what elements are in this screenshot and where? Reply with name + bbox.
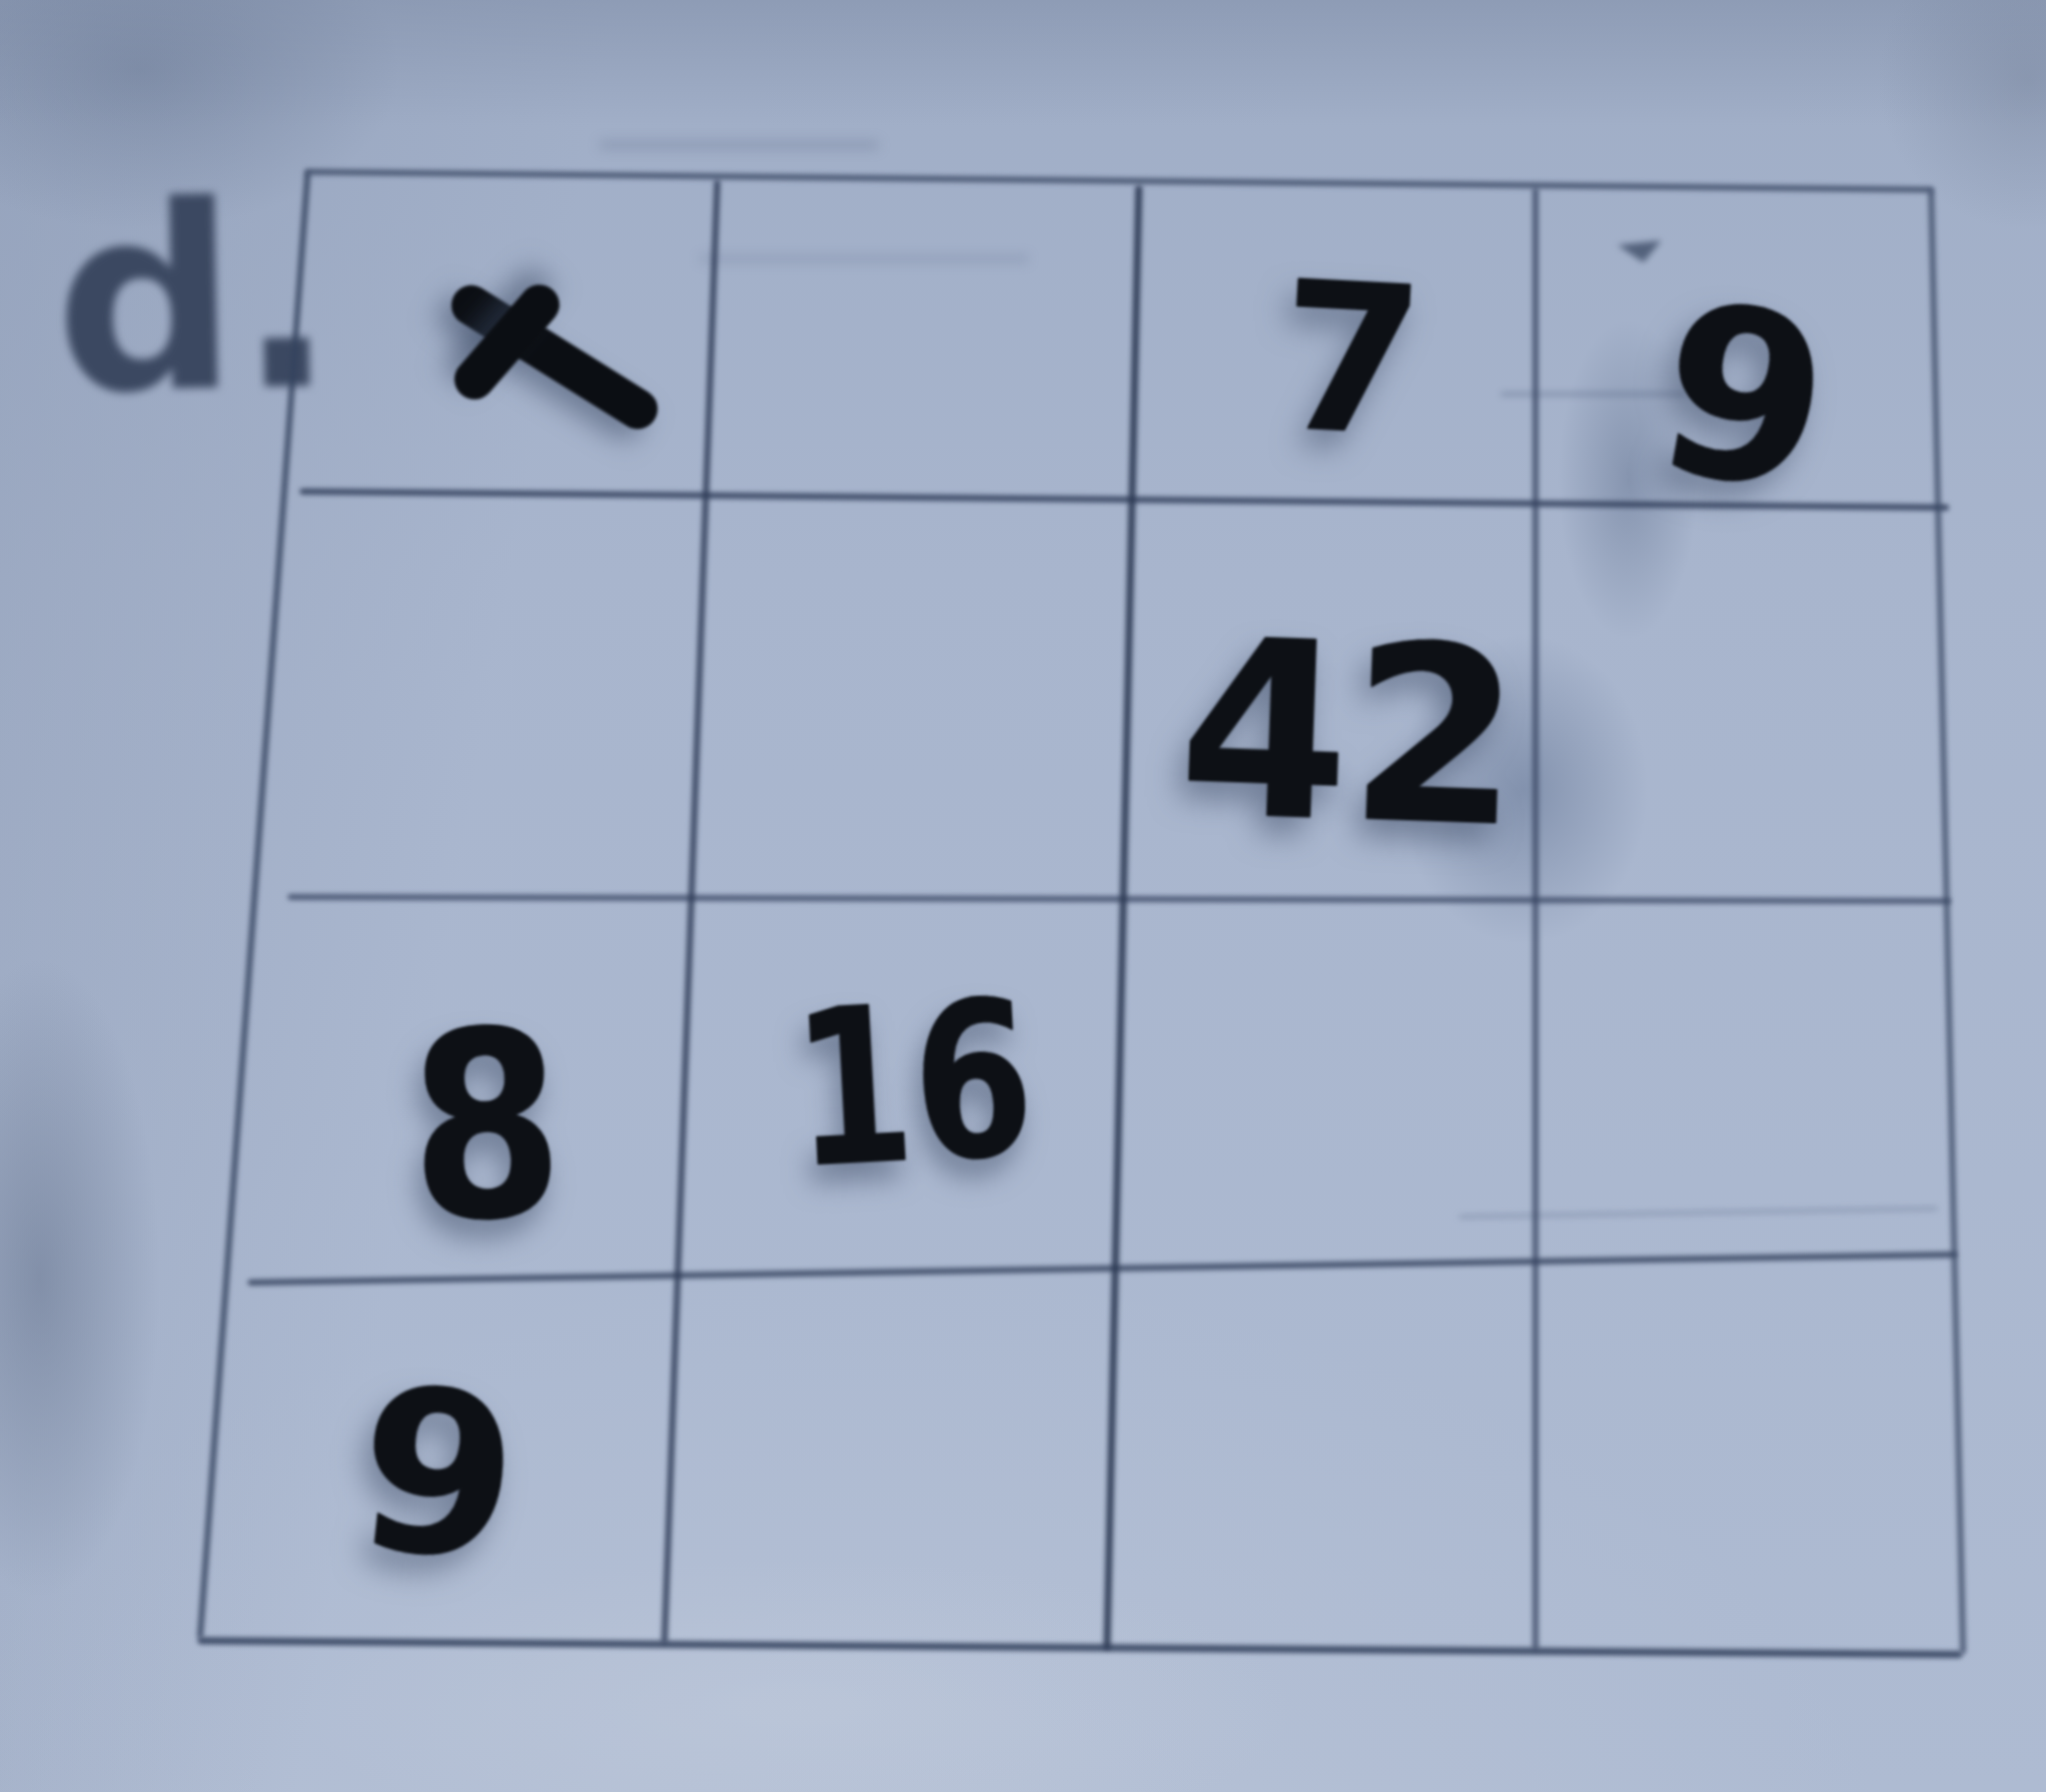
cell-r2c1[interactable] [254, 499, 689, 899]
cell-value: 7 [1275, 254, 1428, 465]
cell-r2c2[interactable] [689, 499, 1123, 899]
cell-r1c2[interactable] [689, 180, 1123, 499]
cell-r4c1[interactable]: 9 [254, 1269, 689, 1646]
cell-r3c4[interactable] [1535, 899, 1947, 1269]
cell-r4c3[interactable] [1123, 1269, 1535, 1646]
cell-value: 42 [1175, 605, 1524, 862]
cell-r2c4[interactable] [1535, 499, 1947, 899]
multiply-sign-icon [254, 180, 689, 499]
cell-value: 9 [1642, 269, 1844, 528]
cell-value: 9 [348, 1355, 526, 1595]
cell-r1c1-operator[interactable] [254, 180, 689, 499]
cell-r3c2[interactable]: 16 [689, 899, 1123, 1269]
cell-value: 16 [788, 971, 1038, 1198]
cell-r1c4[interactable]: 9 [1535, 180, 1947, 499]
cell-r3c3[interactable] [1123, 899, 1535, 1269]
cell-r2c3[interactable]: 42 [1123, 499, 1535, 899]
cell-r1c3[interactable]: 7 [1123, 180, 1535, 499]
ghost-mark [599, 140, 879, 150]
cell-value: 8 [406, 996, 567, 1259]
cell-r4c2[interactable] [689, 1269, 1123, 1646]
cell-r4c4[interactable] [1535, 1269, 1947, 1646]
paper-shadow-bottom-left [0, 959, 160, 1598]
cell-r3c1[interactable]: 8 [254, 899, 689, 1269]
multiplication-grid: 7 9 42 8 16 9 [254, 180, 1947, 1646]
worksheet-photo: d. 7 9 42 8 [0, 0, 2046, 1792]
